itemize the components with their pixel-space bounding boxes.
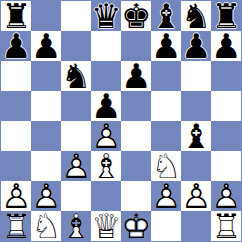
square-d8[interactable]: ♛ xyxy=(91,1,121,31)
square-a1[interactable]: ♜♖ xyxy=(1,211,31,241)
square-c4[interactable] xyxy=(61,121,91,151)
white-pawn[interactable]: ♟♙ xyxy=(211,181,241,211)
white-pawn[interactable]: ♟♙ xyxy=(31,181,61,211)
square-e7[interactable] xyxy=(121,31,151,61)
square-f8[interactable]: ♝ xyxy=(151,1,181,31)
square-d7[interactable] xyxy=(91,31,121,61)
piece-solid-glyph: ♟ xyxy=(121,61,151,91)
square-a3[interactable] xyxy=(1,151,31,181)
white-rook[interactable]: ♜♖ xyxy=(1,211,31,241)
square-h6[interactable] xyxy=(211,61,241,91)
square-h2[interactable]: ♟♙ xyxy=(211,181,241,211)
square-c2[interactable] xyxy=(61,181,91,211)
piece-solid-glyph: ♟ xyxy=(1,31,31,61)
square-a5[interactable] xyxy=(1,91,31,121)
square-g3[interactable] xyxy=(181,151,211,181)
square-c6[interactable]: ♞ xyxy=(61,61,91,91)
square-c5[interactable] xyxy=(61,91,91,121)
black-pawn[interactable]: ♟ xyxy=(181,31,211,61)
square-d6[interactable] xyxy=(91,61,121,91)
square-h7[interactable]: ♟ xyxy=(211,31,241,61)
piece-outline-glyph: ♗ xyxy=(61,211,91,241)
square-g5[interactable] xyxy=(181,91,211,121)
square-e3[interactable] xyxy=(121,151,151,181)
square-f4[interactable] xyxy=(151,121,181,151)
black-bishop[interactable]: ♝ xyxy=(181,121,211,151)
black-pawn[interactable]: ♟ xyxy=(1,31,31,61)
piece-outline-glyph: ♙ xyxy=(91,121,121,151)
piece-outline-glyph: ♖ xyxy=(211,211,241,241)
piece-outline-glyph: ♙ xyxy=(151,181,181,211)
black-pawn[interactable]: ♟ xyxy=(121,61,151,91)
square-g4[interactable]: ♝ xyxy=(181,121,211,151)
square-f7[interactable]: ♟ xyxy=(151,31,181,61)
white-queen[interactable]: ♛♕ xyxy=(91,211,121,241)
white-king[interactable]: ♚♔ xyxy=(121,211,151,241)
piece-solid-glyph: ♟ xyxy=(181,31,211,61)
square-h3[interactable] xyxy=(211,151,241,181)
square-h4[interactable] xyxy=(211,121,241,151)
piece-solid-glyph: ♟ xyxy=(91,91,121,121)
piece-solid-glyph: ♚ xyxy=(121,1,151,31)
square-a8[interactable]: ♜ xyxy=(1,1,31,31)
white-rook[interactable]: ♜♖ xyxy=(211,211,241,241)
square-e4[interactable] xyxy=(121,121,151,151)
black-pawn[interactable]: ♟ xyxy=(91,91,121,121)
piece-outline-glyph: ♘ xyxy=(31,211,61,241)
square-a6[interactable] xyxy=(1,61,31,91)
piece-solid-glyph: ♟ xyxy=(211,31,241,61)
square-a7[interactable]: ♟ xyxy=(1,31,31,61)
white-knight[interactable]: ♞♘ xyxy=(31,211,61,241)
square-c1[interactable]: ♝♗ xyxy=(61,211,91,241)
square-c7[interactable] xyxy=(61,31,91,61)
square-f2[interactable]: ♟♙ xyxy=(151,181,181,211)
piece-outline-glyph: ♙ xyxy=(61,151,91,181)
square-d4[interactable]: ♟♙ xyxy=(91,121,121,151)
black-knight[interactable]: ♞ xyxy=(181,1,211,31)
square-f5[interactable] xyxy=(151,91,181,121)
square-d1[interactable]: ♛♕ xyxy=(91,211,121,241)
white-bishop[interactable]: ♝♗ xyxy=(61,211,91,241)
square-e1[interactable]: ♚♔ xyxy=(121,211,151,241)
white-knight[interactable]: ♞♘ xyxy=(151,151,181,181)
square-b1[interactable]: ♞♘ xyxy=(31,211,61,241)
square-e8[interactable]: ♚ xyxy=(121,1,151,31)
black-rook[interactable]: ♜ xyxy=(1,1,31,31)
white-pawn[interactable]: ♟♙ xyxy=(91,121,121,151)
black-king[interactable]: ♚ xyxy=(121,1,151,31)
square-g6[interactable] xyxy=(181,61,211,91)
white-bishop[interactable]: ♝♗ xyxy=(91,151,121,181)
piece-solid-glyph: ♜ xyxy=(211,1,241,31)
square-f1[interactable] xyxy=(151,211,181,241)
white-pawn[interactable]: ♟♙ xyxy=(1,181,31,211)
piece-outline-glyph: ♔ xyxy=(121,211,151,241)
square-h5[interactable] xyxy=(211,91,241,121)
white-pawn[interactable]: ♟♙ xyxy=(151,181,181,211)
square-b8[interactable] xyxy=(31,1,61,31)
piece-outline-glyph: ♖ xyxy=(1,211,31,241)
square-d2[interactable] xyxy=(91,181,121,211)
square-g7[interactable]: ♟ xyxy=(181,31,211,61)
square-b5[interactable] xyxy=(31,91,61,121)
square-c8[interactable] xyxy=(61,1,91,31)
square-b7[interactable]: ♟ xyxy=(31,31,61,61)
square-e5[interactable] xyxy=(121,91,151,121)
piece-solid-glyph: ♟ xyxy=(151,31,181,61)
square-b6[interactable] xyxy=(31,61,61,91)
square-f3[interactable]: ♞♘ xyxy=(151,151,181,181)
piece-solid-glyph: ♟ xyxy=(31,31,61,61)
square-g1[interactable] xyxy=(181,211,211,241)
black-pawn[interactable]: ♟ xyxy=(211,31,241,61)
piece-outline-glyph: ♙ xyxy=(181,181,211,211)
piece-solid-glyph: ♜ xyxy=(1,1,31,31)
piece-outline-glyph: ♘ xyxy=(151,151,181,181)
square-d5[interactable]: ♟ xyxy=(91,91,121,121)
square-b2[interactable]: ♟♙ xyxy=(31,181,61,211)
black-rook[interactable]: ♜ xyxy=(211,1,241,31)
square-a2[interactable]: ♟♙ xyxy=(1,181,31,211)
square-e2[interactable] xyxy=(121,181,151,211)
piece-outline-glyph: ♙ xyxy=(1,181,31,211)
piece-outline-glyph: ♙ xyxy=(211,181,241,211)
square-d3[interactable]: ♝♗ xyxy=(91,151,121,181)
piece-solid-glyph: ♝ xyxy=(151,1,181,31)
piece-outline-glyph: ♙ xyxy=(31,181,61,211)
piece-solid-glyph: ♛ xyxy=(91,1,121,31)
square-c3[interactable]: ♟♙ xyxy=(61,151,91,181)
square-b3[interactable] xyxy=(31,151,61,181)
white-pawn[interactable]: ♟♙ xyxy=(181,181,211,211)
piece-outline-glyph: ♗ xyxy=(91,151,121,181)
black-bishop[interactable]: ♝ xyxy=(151,1,181,31)
square-e6[interactable]: ♟ xyxy=(121,61,151,91)
black-knight[interactable]: ♞ xyxy=(61,61,91,91)
black-pawn[interactable]: ♟ xyxy=(31,31,61,61)
square-f6[interactable] xyxy=(151,61,181,91)
square-g2[interactable]: ♟♙ xyxy=(181,181,211,211)
piece-solid-glyph: ♞ xyxy=(181,1,211,31)
square-g8[interactable]: ♞ xyxy=(181,1,211,31)
square-h8[interactable]: ♜ xyxy=(211,1,241,31)
black-pawn[interactable]: ♟ xyxy=(151,31,181,61)
square-b4[interactable] xyxy=(31,121,61,151)
square-h1[interactable]: ♜♖ xyxy=(211,211,241,241)
piece-solid-glyph: ♞ xyxy=(61,61,91,91)
white-pawn[interactable]: ♟♙ xyxy=(61,151,91,181)
piece-outline-glyph: ♕ xyxy=(91,211,121,241)
black-queen[interactable]: ♛ xyxy=(91,1,121,31)
piece-solid-glyph: ♝ xyxy=(181,121,211,151)
square-a4[interactable] xyxy=(1,121,31,151)
chess-board: ♜♛♚♝♞♜♟♟♟♟♟♞♟♟♟♙♝♟♙♝♗♞♘♟♙♟♙♟♙♟♙♟♙♜♖♞♘♝♗♛… xyxy=(0,0,242,242)
